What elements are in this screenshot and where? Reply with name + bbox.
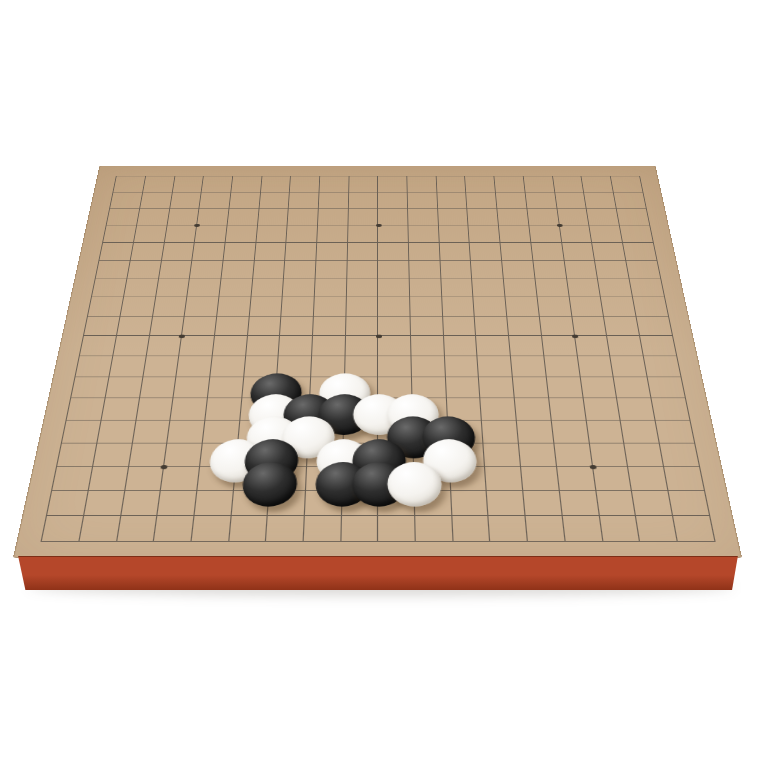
grid-cell	[668, 491, 709, 516]
grid-cell	[411, 316, 444, 336]
grid-cell	[136, 399, 174, 421]
grid-cell	[441, 279, 474, 298]
grid-cell	[101, 399, 139, 421]
grid-cell	[486, 467, 524, 491]
grid-cell	[378, 260, 409, 278]
grid-cell	[452, 516, 491, 542]
grid-cell	[529, 226, 562, 243]
grid-cell	[664, 467, 705, 491]
grid-cell	[502, 260, 535, 278]
grid-cell	[580, 377, 617, 398]
grid-cell	[282, 297, 315, 316]
grid-cell	[595, 260, 629, 278]
grid-cell	[531, 243, 564, 261]
grid-cell	[217, 297, 251, 316]
grid-cell	[589, 443, 628, 466]
grid-cell	[378, 192, 408, 208]
grid-cell	[451, 491, 489, 516]
grid-cell	[378, 279, 410, 298]
grid-cell	[569, 297, 604, 316]
grid-cell	[623, 243, 657, 261]
grid-cell	[156, 279, 190, 298]
grid-cell	[471, 260, 504, 278]
grid-cell	[289, 192, 320, 208]
grid-cell	[474, 297, 508, 316]
grid-cell	[408, 209, 439, 226]
grid-cell	[177, 356, 213, 377]
grid-cell	[182, 316, 217, 336]
grid-cell	[504, 279, 538, 298]
grid-cell	[584, 192, 616, 208]
grid-cell	[443, 316, 477, 336]
grid-cell	[409, 243, 440, 261]
grid-cell	[640, 336, 677, 356]
grid-cell	[120, 297, 155, 316]
grid-cell	[604, 316, 640, 336]
grid-cell	[304, 516, 342, 542]
grid-cell	[52, 467, 93, 491]
grid-cell	[283, 279, 316, 298]
grid-cell	[378, 243, 409, 261]
grid-cell	[349, 192, 379, 208]
grid-cell	[542, 336, 577, 356]
grid-cell	[408, 226, 439, 243]
grid-cell	[161, 467, 200, 491]
grid-cell	[611, 176, 643, 192]
grid-cell	[192, 516, 232, 542]
grid-cell	[79, 516, 120, 542]
grid-cell	[628, 467, 668, 491]
grid-cell	[526, 516, 566, 542]
grid-cell	[497, 209, 529, 226]
grid-cell	[513, 377, 549, 398]
grid-cell	[470, 243, 502, 261]
grid-cell	[583, 399, 621, 421]
grid-cell	[629, 279, 664, 298]
grid-cell	[582, 176, 614, 192]
grid-cell	[285, 243, 317, 261]
grid-cell	[231, 176, 262, 192]
grid-cell	[167, 209, 199, 226]
grid-cell	[256, 226, 288, 243]
grid-cell	[62, 421, 101, 444]
grid-cell	[137, 209, 170, 226]
grid-cell	[655, 421, 694, 444]
grid-cell	[482, 421, 519, 444]
grid-cell	[572, 316, 607, 336]
grid-cell	[71, 377, 109, 398]
grid-cell	[205, 399, 242, 421]
grid-cell	[625, 443, 664, 466]
grid-cell	[496, 192, 527, 208]
grid-cell	[117, 516, 158, 542]
grid-cell	[187, 279, 221, 298]
grid-cell	[439, 226, 470, 243]
grid-cell	[96, 260, 131, 278]
grid-cell	[590, 226, 623, 243]
grid-cell	[170, 192, 202, 208]
grid-cell	[596, 491, 636, 516]
grid-cell	[219, 279, 253, 298]
grid-cell	[540, 316, 575, 336]
grid-cell	[105, 377, 143, 398]
grid-cell	[614, 192, 647, 208]
grid-cell	[564, 260, 598, 278]
grid-cell	[378, 336, 411, 356]
grid-cell	[197, 209, 229, 226]
grid-cell	[347, 260, 378, 278]
grid-cell	[553, 176, 585, 192]
grid-cell	[185, 297, 219, 316]
grid-cell	[246, 336, 281, 356]
grid-cell	[559, 226, 592, 243]
grid-cell	[442, 297, 475, 316]
grid-cell	[229, 192, 260, 208]
grid-cell	[523, 491, 562, 516]
grid-cell	[341, 516, 378, 542]
grid-cell	[195, 226, 228, 243]
grid-cell	[346, 316, 379, 336]
grid-cell	[194, 491, 233, 516]
grid-cell	[312, 336, 346, 356]
grid-cell	[215, 316, 249, 336]
grid-cell	[557, 467, 596, 491]
grid-cell	[515, 399, 552, 421]
grid-cell	[153, 297, 188, 316]
grid-cell	[317, 226, 348, 243]
board-front-edge	[13, 556, 743, 590]
grid-cell	[439, 243, 471, 261]
grid-cell	[125, 467, 165, 491]
grid-cell	[84, 491, 125, 516]
grid-cell	[651, 399, 690, 421]
grid-cell	[266, 516, 305, 542]
grid-cell	[134, 226, 167, 243]
grid-cell	[227, 209, 259, 226]
grid-cell	[149, 316, 184, 336]
grid-cell	[121, 491, 161, 516]
grid-cell	[290, 176, 320, 192]
grid-cell	[444, 336, 478, 356]
grid-cell	[315, 279, 347, 298]
grid-cell	[411, 336, 445, 356]
grid-cell	[562, 243, 595, 261]
grid-cell	[620, 226, 654, 243]
grid-cell	[549, 399, 586, 421]
grid-cell	[287, 226, 318, 243]
grid-cell	[479, 377, 515, 398]
grid-cell	[100, 243, 134, 261]
grid-cell	[279, 336, 313, 356]
grid-cell	[475, 316, 509, 336]
grid-cell	[601, 297, 636, 316]
grid-cell	[131, 243, 165, 261]
grid-cell	[378, 226, 409, 243]
grid-cell	[345, 336, 378, 356]
grid-cell	[626, 260, 661, 278]
grid-cell	[636, 516, 678, 542]
grid-cell	[249, 297, 283, 316]
grid-cell	[251, 279, 284, 298]
grid-cell	[535, 279, 569, 298]
grid-cell	[110, 192, 143, 208]
grid-cell	[319, 176, 349, 192]
grid-cell	[208, 377, 244, 398]
grid-cell	[524, 176, 555, 192]
grid-cell	[607, 336, 643, 356]
grid-cell	[97, 421, 136, 444]
grid-cell	[93, 443, 132, 466]
grid-cell	[537, 297, 571, 316]
grid-cell	[408, 192, 438, 208]
grid-cell	[611, 356, 648, 377]
grid-cell	[592, 243, 626, 261]
grid-cell	[159, 260, 193, 278]
grid-cell	[258, 209, 289, 226]
grid-cell	[114, 176, 146, 192]
grid-cell	[621, 421, 660, 444]
grid-cell	[202, 176, 233, 192]
grid-cell	[476, 336, 511, 356]
grid-cell	[527, 209, 559, 226]
grid-cell	[673, 516, 715, 542]
grid-cell	[567, 279, 601, 298]
grid-cell	[481, 399, 517, 421]
grid-cell	[92, 279, 127, 298]
grid-cell	[586, 421, 624, 444]
grid-cell	[636, 316, 672, 336]
grid-cell	[319, 192, 349, 208]
grid-cell	[129, 443, 168, 466]
grid-cell	[560, 491, 600, 516]
star-point	[375, 334, 381, 338]
grid-cell	[501, 243, 534, 261]
grid-cell	[575, 336, 611, 356]
grid-cell	[76, 356, 113, 377]
grid-cell	[552, 421, 590, 444]
grid-cell	[487, 491, 526, 516]
grid-cell	[440, 260, 472, 278]
grid-cell	[84, 316, 120, 336]
grid-cell	[316, 243, 347, 261]
grid-cell	[593, 467, 633, 491]
grid-cell	[409, 260, 441, 278]
grid-cell	[109, 356, 146, 377]
grid-cell	[467, 192, 498, 208]
grid-cell	[174, 377, 211, 398]
grid-cell	[599, 516, 640, 542]
grid-cell	[555, 192, 587, 208]
grid-cell	[378, 516, 415, 542]
grid-cell	[468, 209, 499, 226]
grid-cell	[521, 467, 559, 491]
grid-cell	[213, 336, 248, 356]
grid-cell	[547, 377, 584, 398]
grid-cell	[499, 226, 531, 243]
grid-cell	[378, 176, 407, 192]
grid-cell	[88, 297, 124, 316]
grid-cell	[172, 176, 204, 192]
grid-cell	[124, 279, 159, 298]
grid-cell	[533, 260, 566, 278]
grid-cell	[347, 279, 379, 298]
grid-cell	[140, 377, 177, 398]
grid-cell	[632, 491, 673, 516]
grid-cell	[171, 399, 208, 421]
product-photo-scene	[0, 0, 760, 760]
grid-cell	[254, 243, 286, 261]
grid-cell	[617, 209, 650, 226]
grid-cell	[164, 226, 197, 243]
grid-cell	[229, 516, 268, 542]
grid-cell	[349, 176, 378, 192]
grid-cell	[544, 356, 580, 377]
grid-cell	[284, 260, 316, 278]
grid-cell	[259, 192, 290, 208]
grid-cell	[598, 279, 633, 298]
grid-cell	[210, 356, 246, 377]
grid-cell	[253, 260, 286, 278]
grid-cell	[346, 297, 378, 316]
grid-cell	[378, 209, 408, 226]
grid-cell	[378, 297, 410, 316]
grid-cell	[494, 176, 525, 192]
grid-cell	[154, 516, 194, 542]
grid-cell	[614, 377, 652, 398]
grid-cell	[158, 491, 198, 516]
grid-cell	[577, 356, 614, 377]
grid-cell	[484, 443, 521, 466]
grid-cell	[103, 226, 137, 243]
grid-cell	[42, 516, 84, 542]
grid-cell	[587, 209, 620, 226]
grid-cell	[660, 443, 700, 466]
grid-cell	[223, 243, 256, 261]
grid-cell	[644, 356, 681, 377]
grid-cell	[506, 297, 540, 316]
grid-cell	[164, 443, 202, 466]
grid-cell	[489, 516, 528, 542]
grid-cell	[113, 336, 149, 356]
grid-cell	[378, 356, 412, 377]
grid-cell	[517, 421, 554, 444]
grid-cell	[314, 297, 347, 316]
grid-cell	[190, 260, 223, 278]
grid-cell	[633, 297, 669, 316]
grid-cell	[465, 176, 496, 192]
grid-cell	[415, 516, 453, 542]
grid-cell	[132, 421, 170, 444]
grid-cell	[162, 243, 195, 261]
grid-cell	[378, 316, 411, 336]
grid-cell	[168, 421, 206, 444]
grid-cell	[47, 491, 88, 516]
grid-cell	[554, 443, 592, 466]
grid-cell	[288, 209, 319, 226]
grid-cell	[445, 356, 480, 377]
grid-cell	[193, 243, 226, 261]
grid-cell	[57, 443, 97, 466]
star-point	[589, 465, 596, 469]
grid-cell	[221, 260, 254, 278]
grid-cell	[617, 399, 655, 421]
grid-cell	[410, 279, 442, 298]
grid-cell	[469, 226, 501, 243]
grid-cell	[525, 192, 557, 208]
grid-cell	[89, 467, 129, 491]
grid-cell	[261, 176, 292, 192]
grid-cell	[507, 316, 542, 336]
grid-cell	[143, 356, 179, 377]
grid-cell	[446, 377, 481, 398]
star-point	[376, 224, 382, 227]
grid-cell	[143, 176, 175, 192]
grid-cell	[225, 226, 257, 243]
grid-cell	[472, 279, 505, 298]
grid-cell	[316, 260, 348, 278]
grid-cell	[67, 399, 106, 421]
grid-cell	[348, 226, 379, 243]
grid-cell	[410, 297, 443, 316]
grid-cell	[438, 209, 469, 226]
grid-cell	[127, 260, 161, 278]
grid-cell	[563, 516, 603, 542]
grid-cell	[318, 209, 349, 226]
grid-cell	[412, 356, 446, 377]
grid-cell	[509, 336, 544, 356]
grid-cell	[248, 316, 282, 336]
grid-cell	[200, 192, 232, 208]
grid-cell	[557, 209, 589, 226]
grid-cell	[648, 377, 686, 398]
grid-cell	[437, 192, 468, 208]
grid-cell	[519, 443, 557, 466]
grid-cell	[478, 356, 513, 377]
grid-cell	[347, 243, 378, 261]
grid-cell	[511, 356, 547, 377]
grid-cell	[348, 209, 378, 226]
grid-cell	[80, 336, 117, 356]
grid-cell	[179, 336, 214, 356]
grid-cell	[313, 316, 346, 336]
grid-cell	[140, 192, 172, 208]
star-point	[557, 224, 563, 227]
grid-cell	[436, 176, 466, 192]
grid-cell	[146, 336, 182, 356]
grid-cell	[117, 316, 153, 336]
grid-cell	[107, 209, 140, 226]
grid-cell	[280, 316, 314, 336]
grid-cell	[407, 176, 437, 192]
go-board[interactable]	[13, 166, 742, 558]
star-point	[572, 334, 579, 338]
